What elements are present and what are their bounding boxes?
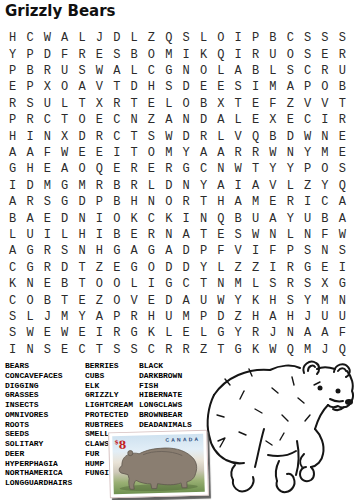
- grid-cell-r6c5[interactable]: O: [73, 112, 90, 128]
- grid-cell-r16c8[interactable]: L: [125, 276, 142, 292]
- grid-cell-r13c8[interactable]: E: [125, 227, 142, 243]
- grid-cell-r12c16[interactable]: A: [264, 210, 281, 226]
- grid-cell-r4c13[interactable]: E: [212, 79, 229, 95]
- grid-cell-r8c14[interactable]: R: [230, 145, 247, 161]
- grid-cell-r1c18[interactable]: S: [299, 30, 316, 46]
- grid-cell-r2c3[interactable]: D: [39, 46, 56, 62]
- grid-cell-r13c5[interactable]: H: [73, 227, 90, 243]
- grid-cell-r3c3[interactable]: R: [39, 63, 56, 79]
- grid-cell-r1c6[interactable]: J: [91, 30, 108, 46]
- grid-cell-r10c14[interactable]: I: [230, 178, 247, 194]
- grid-cell-r6c2[interactable]: R: [21, 112, 38, 128]
- grid-cell-r16c16[interactable]: S: [264, 276, 281, 292]
- grid-cell-r9c4[interactable]: A: [56, 161, 73, 177]
- grid-cell-r7c13[interactable]: L: [212, 128, 229, 144]
- grid-cell-r9c18[interactable]: P: [299, 161, 316, 177]
- grid-cell-r9c13[interactable]: N: [212, 161, 229, 177]
- grid-cell-r7c16[interactable]: B: [264, 128, 281, 144]
- grid-cell-r18c16[interactable]: A: [264, 309, 281, 325]
- grid-cell-r8c11[interactable]: Y: [178, 145, 195, 161]
- grid-cell-r2c4[interactable]: F: [56, 46, 73, 62]
- grid-cell-r9c3[interactable]: E: [39, 161, 56, 177]
- grid-cell-r8c4[interactable]: W: [56, 145, 73, 161]
- grid-cell-r17c12[interactable]: U: [195, 292, 212, 308]
- grid-cell-r17c8[interactable]: V: [125, 292, 142, 308]
- grid-cell-r19c1[interactable]: S: [4, 325, 21, 341]
- grid-cell-r17c7[interactable]: O: [108, 292, 125, 308]
- grid-cell-r7c5[interactable]: D: [73, 128, 90, 144]
- grid-cell-r4c12[interactable]: E: [195, 79, 212, 95]
- grid-cell-r4c1[interactable]: E: [4, 79, 21, 95]
- grid-cell-r8c6[interactable]: E: [91, 145, 108, 161]
- grid-cell-r3c18[interactable]: C: [299, 63, 316, 79]
- grid-cell-r12c10[interactable]: K: [160, 210, 177, 226]
- grid-cell-r10c19[interactable]: Y: [316, 178, 333, 194]
- grid-cell-r7c4[interactable]: X: [56, 128, 73, 144]
- grid-cell-r15c8[interactable]: G: [125, 260, 142, 276]
- grid-cell-r18c18[interactable]: J: [299, 309, 316, 325]
- grid-cell-r5c8[interactable]: T: [125, 96, 142, 112]
- grid-cell-r1c12[interactable]: L: [195, 30, 212, 46]
- grid-cell-r10c11[interactable]: N: [178, 178, 195, 194]
- grid-cell-r13c6[interactable]: I: [91, 227, 108, 243]
- grid-cell-r17c3[interactable]: B: [39, 292, 56, 308]
- grid-cell-r2c1[interactable]: Y: [4, 46, 21, 62]
- grid-cell-r16c17[interactable]: R: [282, 276, 299, 292]
- grid-cell-r5c1[interactable]: R: [4, 96, 21, 112]
- grid-cell-r5c18[interactable]: V: [299, 96, 316, 112]
- grid-cell-r11c20[interactable]: A: [334, 194, 351, 210]
- grid-cell-r1c14[interactable]: I: [230, 30, 247, 46]
- grid-cell-r19c13[interactable]: G: [212, 325, 229, 341]
- word-search-grid[interactable]: HCWALJDLZQSLOIPBCSSSYPDFRESBOMIKQIRUOSER…: [4, 30, 351, 358]
- grid-cell-r6c16[interactable]: X: [264, 112, 281, 128]
- grid-cell-r6c14[interactable]: L: [230, 112, 247, 128]
- grid-cell-r18c14[interactable]: Z: [230, 309, 247, 325]
- grid-cell-r6c4[interactable]: T: [56, 112, 73, 128]
- grid-cell-r18c12[interactable]: P: [195, 309, 212, 325]
- grid-cell-r5c2[interactable]: S: [21, 96, 38, 112]
- grid-cell-r4c20[interactable]: B: [334, 79, 351, 95]
- grid-cell-r17c6[interactable]: Z: [91, 292, 108, 308]
- grid-cell-r19c4[interactable]: W: [56, 325, 73, 341]
- grid-cell-r3c8[interactable]: L: [125, 63, 142, 79]
- grid-cell-r4c18[interactable]: P: [299, 79, 316, 95]
- grid-cell-r6c18[interactable]: C: [299, 112, 316, 128]
- grid-cell-r14c5[interactable]: N: [73, 243, 90, 259]
- grid-cell-r6c13[interactable]: A: [212, 112, 229, 128]
- grid-cell-r7c6[interactable]: R: [91, 128, 108, 144]
- grid-cell-r2c12[interactable]: K: [195, 46, 212, 62]
- grid-cell-r18c10[interactable]: U: [160, 309, 177, 325]
- grid-cell-r8c12[interactable]: A: [195, 145, 212, 161]
- grid-cell-r14c7[interactable]: G: [108, 243, 125, 259]
- grid-cell-r18c6[interactable]: A: [91, 309, 108, 325]
- grid-cell-r10c4[interactable]: G: [56, 178, 73, 194]
- grid-cell-r4c9[interactable]: H: [143, 79, 160, 95]
- grid-cell-r4c2[interactable]: P: [21, 79, 38, 95]
- grid-cell-r9c14[interactable]: W: [230, 161, 247, 177]
- grid-cell-r9c10[interactable]: R: [160, 161, 177, 177]
- grid-cell-r3c5[interactable]: S: [73, 63, 90, 79]
- grid-cell-r16c5[interactable]: T: [73, 276, 90, 292]
- grid-cell-r11c18[interactable]: I: [299, 194, 316, 210]
- grid-cell-r12c9[interactable]: C: [143, 210, 160, 226]
- grid-cell-r15c9[interactable]: O: [143, 260, 160, 276]
- grid-cell-r13c16[interactable]: N: [264, 227, 281, 243]
- grid-cell-r10c3[interactable]: M: [39, 178, 56, 194]
- grid-cell-r7c1[interactable]: H: [4, 128, 21, 144]
- grid-cell-r18c4[interactable]: M: [56, 309, 73, 325]
- grid-cell-r10c13[interactable]: A: [212, 178, 229, 194]
- grid-cell-r9c2[interactable]: H: [21, 161, 38, 177]
- grid-cell-r10c8[interactable]: R: [125, 178, 142, 194]
- grid-cell-r19c9[interactable]: K: [143, 325, 160, 341]
- grid-cell-r9c9[interactable]: E: [143, 161, 160, 177]
- grid-cell-r7c18[interactable]: W: [299, 128, 316, 144]
- grid-cell-r17c2[interactable]: O: [21, 292, 38, 308]
- grid-cell-r15c5[interactable]: T: [73, 260, 90, 276]
- grid-cell-r9c5[interactable]: O: [73, 161, 90, 177]
- grid-cell-r17c19[interactable]: M: [316, 292, 333, 308]
- grid-cell-r18c3[interactable]: J: [39, 309, 56, 325]
- grid-cell-r16c1[interactable]: K: [4, 276, 21, 292]
- grid-cell-r6c12[interactable]: D: [195, 112, 212, 128]
- grid-cell-r20c9[interactable]: C: [143, 342, 160, 358]
- grid-cell-r1c15[interactable]: P: [247, 30, 264, 46]
- grid-cell-r6c10[interactable]: A: [160, 112, 177, 128]
- grid-cell-r5c11[interactable]: O: [178, 96, 195, 112]
- grid-cell-r8c7[interactable]: I: [108, 145, 125, 161]
- grid-cell-r9c12[interactable]: C: [195, 161, 212, 177]
- grid-cell-r6c1[interactable]: P: [4, 112, 21, 128]
- grid-cell-r8c20[interactable]: E: [334, 145, 351, 161]
- grid-cell-r4c8[interactable]: D: [125, 79, 142, 95]
- grid-cell-r11c8[interactable]: H: [125, 194, 142, 210]
- grid-cell-r10c1[interactable]: I: [4, 178, 21, 194]
- grid-cell-r5c12[interactable]: B: [195, 96, 212, 112]
- grid-cell-r19c7[interactable]: R: [108, 325, 125, 341]
- grid-cell-r16c12[interactable]: T: [195, 276, 212, 292]
- grid-cell-r7c14[interactable]: V: [230, 128, 247, 144]
- grid-cell-r17c16[interactable]: H: [264, 292, 281, 308]
- grid-cell-r8c8[interactable]: T: [125, 145, 142, 161]
- grid-cell-r9c17[interactable]: Y: [282, 161, 299, 177]
- grid-cell-r20c6[interactable]: T: [91, 342, 108, 358]
- grid-cell-r16c20[interactable]: G: [334, 276, 351, 292]
- grid-cell-r2c15[interactable]: R: [247, 46, 264, 62]
- grid-cell-r2c13[interactable]: Q: [212, 46, 229, 62]
- grid-cell-r3c2[interactable]: B: [21, 63, 38, 79]
- grid-cell-r10c15[interactable]: A: [247, 178, 264, 194]
- grid-cell-r5c6[interactable]: X: [91, 96, 108, 112]
- grid-cell-r4c11[interactable]: D: [178, 79, 195, 95]
- grid-cell-r7c10[interactable]: W: [160, 128, 177, 144]
- grid-cell-r1c1[interactable]: H: [4, 30, 21, 46]
- grid-cell-r17c9[interactable]: E: [143, 292, 160, 308]
- grid-cell-r12c13[interactable]: Q: [212, 210, 229, 226]
- grid-cell-r6c6[interactable]: E: [91, 112, 108, 128]
- grid-cell-r13c19[interactable]: F: [316, 227, 333, 243]
- grid-cell-r6c7[interactable]: C: [108, 112, 125, 128]
- grid-cell-r19c15[interactable]: R: [247, 325, 264, 341]
- grid-cell-r16c3[interactable]: E: [39, 276, 56, 292]
- grid-cell-r15c14[interactable]: Z: [230, 260, 247, 276]
- grid-cell-r9c11[interactable]: G: [178, 161, 195, 177]
- grid-cell-r18c11[interactable]: M: [178, 309, 195, 325]
- grid-cell-r10c20[interactable]: Q: [334, 178, 351, 194]
- grid-cell-r9c6[interactable]: Q: [91, 161, 108, 177]
- grid-cell-r7c8[interactable]: T: [125, 128, 142, 144]
- grid-cell-r3c14[interactable]: A: [230, 63, 247, 79]
- grid-cell-r1c2[interactable]: C: [21, 30, 38, 46]
- grid-cell-r13c11[interactable]: A: [178, 227, 195, 243]
- grid-cell-r5c10[interactable]: L: [160, 96, 177, 112]
- grid-cell-r15c7[interactable]: E: [108, 260, 125, 276]
- grid-cell-r13c17[interactable]: L: [282, 227, 299, 243]
- grid-cell-r4c4[interactable]: O: [56, 79, 73, 95]
- grid-cell-r14c12[interactable]: P: [195, 243, 212, 259]
- grid-cell-r9c15[interactable]: T: [247, 161, 264, 177]
- grid-cell-r17c4[interactable]: T: [56, 292, 73, 308]
- grid-cell-r5c19[interactable]: V: [316, 96, 333, 112]
- grid-cell-r5c20[interactable]: T: [334, 96, 351, 112]
- grid-cell-r4c10[interactable]: S: [160, 79, 177, 95]
- grid-cell-r9c16[interactable]: Y: [264, 161, 281, 177]
- grid-cell-r2c6[interactable]: E: [91, 46, 108, 62]
- grid-cell-r10c2[interactable]: D: [21, 178, 38, 194]
- grid-cell-r12c7[interactable]: O: [108, 210, 125, 226]
- grid-cell-r20c3[interactable]: S: [39, 342, 56, 358]
- grid-cell-r10c9[interactable]: L: [143, 178, 160, 194]
- grid-cell-r19c20[interactable]: F: [334, 325, 351, 341]
- grid-cell-r8c2[interactable]: A: [21, 145, 38, 161]
- grid-cell-r12c14[interactable]: B: [230, 210, 247, 226]
- grid-cell-r7c12[interactable]: R: [195, 128, 212, 144]
- grid-cell-r3c7[interactable]: A: [108, 63, 125, 79]
- grid-cell-r9c20[interactable]: S: [334, 161, 351, 177]
- grid-cell-r11c4[interactable]: G: [56, 194, 73, 210]
- grid-cell-r19c16[interactable]: J: [264, 325, 281, 341]
- grid-cell-r11c12[interactable]: T: [195, 194, 212, 210]
- grid-cell-r5c9[interactable]: E: [143, 96, 160, 112]
- grid-cell-r14c16[interactable]: F: [264, 243, 281, 259]
- grid-cell-r4c6[interactable]: V: [91, 79, 108, 95]
- grid-cell-r16c9[interactable]: I: [143, 276, 160, 292]
- grid-cell-r14c6[interactable]: H: [91, 243, 108, 259]
- grid-cell-r14c14[interactable]: V: [230, 243, 247, 259]
- grid-cell-r10c6[interactable]: R: [91, 178, 108, 194]
- grid-cell-r10c17[interactable]: L: [282, 178, 299, 194]
- grid-cell-r13c13[interactable]: E: [212, 227, 229, 243]
- grid-cell-r15c15[interactable]: Z: [247, 260, 264, 276]
- grid-cell-r8c13[interactable]: A: [212, 145, 229, 161]
- grid-cell-r12c19[interactable]: B: [316, 210, 333, 226]
- grid-cell-r14c20[interactable]: S: [334, 243, 351, 259]
- grid-cell-r12c5[interactable]: N: [73, 210, 90, 226]
- grid-cell-r6c8[interactable]: N: [125, 112, 142, 128]
- grid-cell-r10c7[interactable]: B: [108, 178, 125, 194]
- grid-cell-r19c11[interactable]: E: [178, 325, 195, 341]
- grid-cell-r19c6[interactable]: I: [91, 325, 108, 341]
- grid-cell-r5c15[interactable]: E: [247, 96, 264, 112]
- grid-cell-r2c10[interactable]: M: [160, 46, 177, 62]
- grid-cell-r4c17[interactable]: A: [282, 79, 299, 95]
- grid-cell-r20c5[interactable]: C: [73, 342, 90, 358]
- grid-cell-r13c12[interactable]: T: [195, 227, 212, 243]
- grid-cell-r5c3[interactable]: U: [39, 96, 56, 112]
- grid-cell-r8c9[interactable]: O: [143, 145, 160, 161]
- grid-cell-r18c1[interactable]: S: [4, 309, 21, 325]
- grid-cell-r18c13[interactable]: D: [212, 309, 229, 325]
- grid-cell-r16c19[interactable]: X: [316, 276, 333, 292]
- grid-cell-r11c15[interactable]: M: [247, 194, 264, 210]
- grid-cell-r1c7[interactable]: D: [108, 30, 125, 46]
- grid-cell-r11c16[interactable]: E: [264, 194, 281, 210]
- grid-cell-r13c4[interactable]: L: [56, 227, 73, 243]
- grid-cell-r18c7[interactable]: P: [108, 309, 125, 325]
- grid-cell-r9c8[interactable]: R: [125, 161, 142, 177]
- grid-cell-r16c15[interactable]: L: [247, 276, 264, 292]
- grid-cell-r14c10[interactable]: A: [160, 243, 177, 259]
- grid-cell-r8c15[interactable]: R: [247, 145, 264, 161]
- grid-cell-r12c8[interactable]: K: [125, 210, 142, 226]
- grid-cell-r19c5[interactable]: E: [73, 325, 90, 341]
- grid-cell-r14c19[interactable]: N: [316, 243, 333, 259]
- grid-cell-r8c10[interactable]: M: [160, 145, 177, 161]
- grid-cell-r5c5[interactable]: T: [73, 96, 90, 112]
- grid-cell-r19c14[interactable]: Y: [230, 325, 247, 341]
- grid-cell-r15c11[interactable]: D: [178, 260, 195, 276]
- grid-cell-r13c14[interactable]: S: [230, 227, 247, 243]
- grid-cell-r3c1[interactable]: P: [4, 63, 21, 79]
- grid-cell-r8c19[interactable]: M: [316, 145, 333, 161]
- grid-cell-r6c9[interactable]: Z: [143, 112, 160, 128]
- grid-cell-r2c11[interactable]: I: [178, 46, 195, 62]
- grid-cell-r20c8[interactable]: S: [125, 342, 142, 358]
- grid-cell-r3c4[interactable]: U: [56, 63, 73, 79]
- grid-cell-r1c11[interactable]: S: [178, 30, 195, 46]
- grid-cell-r10c10[interactable]: D: [160, 178, 177, 194]
- grid-cell-r18c8[interactable]: R: [125, 309, 142, 325]
- grid-cell-r15c1[interactable]: C: [4, 260, 21, 276]
- grid-cell-r18c9[interactable]: H: [143, 309, 160, 325]
- grid-cell-r1c8[interactable]: L: [125, 30, 142, 46]
- grid-cell-r1c19[interactable]: S: [316, 30, 333, 46]
- grid-cell-r16c11[interactable]: C: [178, 276, 195, 292]
- grid-cell-r2c5[interactable]: R: [73, 46, 90, 62]
- grid-cell-r2c7[interactable]: S: [108, 46, 125, 62]
- grid-cell-r13c18[interactable]: N: [299, 227, 316, 243]
- grid-cell-r16c13[interactable]: N: [212, 276, 229, 292]
- grid-cell-r2c16[interactable]: U: [264, 46, 281, 62]
- grid-cell-r10c5[interactable]: M: [73, 178, 90, 194]
- grid-cell-r18c17[interactable]: H: [282, 309, 299, 325]
- grid-cell-r12c2[interactable]: A: [21, 210, 38, 226]
- grid-cell-r18c20[interactable]: U: [334, 309, 351, 325]
- grid-cell-r3c6[interactable]: W: [91, 63, 108, 79]
- grid-cell-r12c4[interactable]: D: [56, 210, 73, 226]
- grid-cell-r3c15[interactable]: B: [247, 63, 264, 79]
- grid-cell-r8c18[interactable]: Y: [299, 145, 316, 161]
- grid-cell-r4c3[interactable]: X: [39, 79, 56, 95]
- grid-cell-r12c15[interactable]: U: [247, 210, 264, 226]
- grid-cell-r1c17[interactable]: C: [282, 30, 299, 46]
- grid-cell-r12c3[interactable]: E: [39, 210, 56, 226]
- grid-cell-r17c18[interactable]: Y: [299, 292, 316, 308]
- grid-cell-r20c11[interactable]: R: [178, 342, 195, 358]
- grid-cell-r12c18[interactable]: U: [299, 210, 316, 226]
- grid-cell-r7c2[interactable]: I: [21, 128, 38, 144]
- grid-cell-r3c16[interactable]: L: [264, 63, 281, 79]
- grid-cell-r4c16[interactable]: M: [264, 79, 281, 95]
- grid-cell-r16c2[interactable]: N: [21, 276, 38, 292]
- grid-cell-r4c15[interactable]: I: [247, 79, 264, 95]
- grid-cell-r7c7[interactable]: C: [108, 128, 125, 144]
- grid-cell-r8c17[interactable]: N: [282, 145, 299, 161]
- grid-cell-r2c8[interactable]: B: [125, 46, 142, 62]
- grid-cell-r10c12[interactable]: Y: [195, 178, 212, 194]
- grid-cell-r2c20[interactable]: R: [334, 46, 351, 62]
- grid-cell-r5c17[interactable]: Z: [282, 96, 299, 112]
- grid-cell-r8c16[interactable]: W: [264, 145, 281, 161]
- grid-cell-r19c12[interactable]: L: [195, 325, 212, 341]
- grid-cell-r19c17[interactable]: N: [282, 325, 299, 341]
- grid-cell-r3c9[interactable]: C: [143, 63, 160, 79]
- grid-cell-r15c6[interactable]: Z: [91, 260, 108, 276]
- grid-cell-r17c13[interactable]: W: [212, 292, 229, 308]
- grid-cell-r11c7[interactable]: B: [108, 194, 125, 210]
- grid-cell-r14c15[interactable]: I: [247, 243, 264, 259]
- grid-cell-r13c9[interactable]: R: [143, 227, 160, 243]
- grid-cell-r17c10[interactable]: D: [160, 292, 177, 308]
- grid-cell-r14c17[interactable]: P: [282, 243, 299, 259]
- grid-cell-r18c5[interactable]: Y: [73, 309, 90, 325]
- grid-cell-r12c1[interactable]: B: [4, 210, 21, 226]
- grid-cell-r5c14[interactable]: T: [230, 96, 247, 112]
- grid-cell-r13c7[interactable]: B: [108, 227, 125, 243]
- grid-cell-r3c19[interactable]: R: [316, 63, 333, 79]
- grid-cell-r1c4[interactable]: A: [56, 30, 73, 46]
- grid-cell-r9c1[interactable]: G: [4, 161, 21, 177]
- grid-cell-r11c13[interactable]: H: [212, 194, 229, 210]
- grid-cell-r11c14[interactable]: A: [230, 194, 247, 210]
- grid-cell-r15c13[interactable]: L: [212, 260, 229, 276]
- grid-cell-r6c3[interactable]: C: [39, 112, 56, 128]
- grid-cell-r18c15[interactable]: H: [247, 309, 264, 325]
- grid-cell-r3c17[interactable]: S: [282, 63, 299, 79]
- grid-cell-r17c15[interactable]: K: [247, 292, 264, 308]
- grid-cell-r5c13[interactable]: X: [212, 96, 229, 112]
- grid-cell-r7c9[interactable]: S: [143, 128, 160, 144]
- grid-cell-r1c3[interactable]: W: [39, 30, 56, 46]
- grid-cell-r15c17[interactable]: R: [282, 260, 299, 276]
- grid-cell-r7c11[interactable]: D: [178, 128, 195, 144]
- grid-cell-r11c1[interactable]: A: [4, 194, 21, 210]
- grid-cell-r4c5[interactable]: A: [73, 79, 90, 95]
- grid-cell-r19c18[interactable]: A: [299, 325, 316, 341]
- grid-cell-r15c20[interactable]: I: [334, 260, 351, 276]
- grid-cell-r19c8[interactable]: G: [125, 325, 142, 341]
- grid-cell-r16c4[interactable]: B: [56, 276, 73, 292]
- grid-cell-r13c3[interactable]: I: [39, 227, 56, 243]
- grid-cell-r7c20[interactable]: E: [334, 128, 351, 144]
- grid-cell-r11c5[interactable]: D: [73, 194, 90, 210]
- grid-cell-r1c5[interactable]: L: [73, 30, 90, 46]
- grid-cell-r16c7[interactable]: O: [108, 276, 125, 292]
- grid-cell-r6c15[interactable]: E: [247, 112, 264, 128]
- grid-cell-r1c9[interactable]: Z: [143, 30, 160, 46]
